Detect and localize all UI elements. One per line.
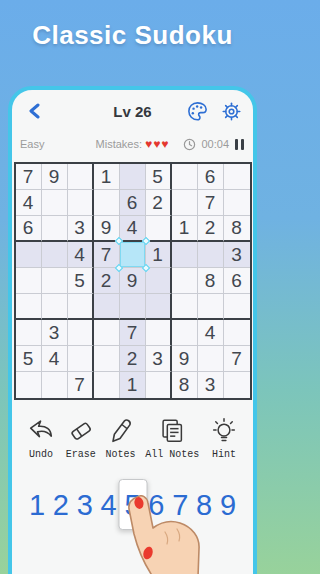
sudoku-cell-r9c7[interactable]: 8	[172, 372, 198, 398]
sudoku-cell-r3c4[interactable]: 9	[94, 216, 120, 242]
cell-digit: 6	[127, 192, 138, 214]
cell-digit: 3	[74, 217, 85, 239]
undo-label: Undo	[29, 449, 53, 460]
sudoku-cell-r5c9[interactable]: 6	[224, 268, 250, 294]
cell-digit: 9	[127, 270, 138, 292]
sudoku-cell-r6c3[interactable]	[68, 294, 94, 320]
sudoku-cell-r8c9[interactable]: 7	[224, 346, 250, 372]
numpad-digit: 8	[196, 489, 212, 522]
sudoku-cell-r1c5[interactable]	[120, 164, 146, 190]
sudoku-cell-r3c5[interactable]: 4	[120, 216, 146, 242]
sudoku-cell-r1c2[interactable]: 9	[42, 164, 68, 190]
sudoku-board: 79156462763941284713529863745423977183	[14, 162, 252, 400]
cell-digit: 6	[23, 217, 34, 239]
numpad-digit: 2	[53, 489, 69, 522]
cell-digit: 7	[231, 348, 242, 370]
sudoku-cell-r1c4[interactable]: 1	[94, 164, 120, 190]
sudoku-cell-r2c2[interactable]	[42, 190, 68, 216]
numpad-key-3[interactable]: 3	[73, 482, 97, 528]
sudoku-cell-r6c9[interactable]	[224, 294, 250, 320]
undo-button[interactable]: Undo	[26, 416, 56, 460]
numpad-digit: 9	[220, 489, 236, 522]
cell-digit: 8	[231, 217, 242, 239]
notes-button[interactable]: Notes	[105, 416, 135, 460]
cell-digit: 6	[205, 166, 216, 188]
sudoku-cell-r3c8[interactable]: 2	[198, 216, 224, 242]
sudoku-cell-r3c6[interactable]	[146, 216, 172, 242]
sudoku-cell-r4c5[interactable]	[120, 242, 146, 268]
eraser-icon	[66, 416, 96, 446]
sudoku-cell-r2c1[interactable]: 4	[16, 190, 42, 216]
sudoku-cell-r6c1[interactable]	[16, 294, 42, 320]
sudoku-cell-r3c7[interactable]: 1	[172, 216, 198, 242]
sudoku-cell-r5c5[interactable]: 9	[120, 268, 146, 294]
pause-button[interactable]	[234, 138, 245, 151]
numpad-digit: 7	[172, 489, 188, 522]
cell-digit: 4	[74, 244, 85, 266]
hint-label: Hint	[212, 449, 236, 460]
sudoku-cell-r2c7[interactable]	[172, 190, 198, 216]
sudoku-cell-r2c4[interactable]	[94, 190, 120, 216]
sudoku-cell-r4c7[interactable]	[172, 242, 198, 268]
cell-digit: 4	[23, 192, 34, 214]
sudoku-cell-r9c4[interactable]	[94, 372, 120, 398]
sudoku-cell-r2c8[interactable]: 7	[198, 190, 224, 216]
sudoku-cell-r5c7[interactable]	[172, 268, 198, 294]
cell-digit: 8	[205, 270, 216, 292]
sudoku-cell-r1c7[interactable]	[172, 164, 198, 190]
cell-digit: 3	[231, 244, 242, 266]
numpad-digit: 3	[77, 489, 93, 522]
sudoku-cell-r9c1[interactable]	[16, 372, 42, 398]
cell-digit: 2	[152, 192, 163, 214]
sudoku-cell-r1c1[interactable]: 7	[16, 164, 42, 190]
sudoku-cell-r4c3[interactable]: 4	[68, 242, 94, 268]
numpad-key-4[interactable]: 4	[97, 482, 121, 528]
sudoku-cell-r5c2[interactable]	[42, 268, 68, 294]
cell-digit: 4	[49, 348, 60, 370]
sudoku-cell-r7c8[interactable]: 4	[198, 320, 224, 346]
cell-digit: 3	[152, 348, 163, 370]
sudoku-cell-r6c5[interactable]	[120, 294, 146, 320]
cell-digit: 8	[179, 374, 190, 396]
sudoku-cell-r6c2[interactable]	[42, 294, 68, 320]
cell-digit: 9	[49, 166, 60, 188]
sudoku-cell-r4c6[interactable]: 1	[146, 242, 172, 268]
sudoku-cell-r8c4[interactable]	[94, 346, 120, 372]
sudoku-cell-r2c9[interactable]	[224, 190, 250, 216]
sudoku-cell-r7c6[interactable]	[146, 320, 172, 346]
cell-digit: 1	[101, 166, 112, 188]
numpad-digit: 6	[148, 489, 164, 522]
numpad-key-9[interactable]: 9	[216, 482, 240, 528]
cell-digit: 6	[231, 270, 242, 292]
erase-label: Erase	[66, 449, 96, 460]
sudoku-cell-r1c3[interactable]	[68, 164, 94, 190]
cell-digit: 4	[205, 322, 216, 344]
sudoku-cell-r1c6[interactable]: 5	[146, 164, 172, 190]
cell-digit: 5	[74, 270, 85, 292]
sudoku-cell-r5c1[interactable]	[16, 268, 42, 294]
sudoku-cell-r3c2[interactable]	[42, 216, 68, 242]
header-bar: Lv 26	[22, 98, 243, 124]
app-title: Classic Sudoku	[0, 20, 265, 51]
sudoku-cell-r8c1[interactable]: 5	[16, 346, 42, 372]
settings-button[interactable]	[219, 99, 243, 123]
cell-digit: 7	[23, 166, 34, 188]
sudoku-cell-r8c2[interactable]: 4	[42, 346, 68, 372]
sudoku-cell-r8c3[interactable]	[68, 346, 94, 372]
palette-icon	[186, 100, 209, 123]
sudoku-cell-r4c1[interactable]	[16, 242, 42, 268]
numpad-key-7[interactable]: 7	[168, 482, 192, 528]
sudoku-cell-r5c6[interactable]	[146, 268, 172, 294]
numpad-digit: 4	[101, 489, 117, 522]
sudoku-cell-r9c9[interactable]	[224, 372, 250, 398]
clock-icon	[183, 138, 196, 151]
sudoku-cell-r8c8[interactable]	[198, 346, 224, 372]
toolbar: Undo Erase Notes	[26, 416, 239, 460]
sudoku-cell-r1c8[interactable]: 6	[198, 164, 224, 190]
hint-button[interactable]: Hint	[209, 416, 239, 460]
numpad-key-5[interactable]: 5	[121, 482, 145, 528]
cell-digit: 9	[101, 217, 112, 239]
sudoku-cell-r9c2[interactable]	[42, 372, 68, 398]
numpad: 123456789	[25, 482, 240, 528]
cell-digit: 7	[205, 192, 216, 214]
sudoku-cell-r6c8[interactable]	[198, 294, 224, 320]
numpad-key-2[interactable]: 2	[49, 482, 73, 528]
sudoku-cell-r6c7[interactable]	[172, 294, 198, 320]
sudoku-cell-r8c6[interactable]: 3	[146, 346, 172, 372]
sudoku-cell-r9c5[interactable]: 1	[120, 372, 146, 398]
sudoku-cell-r7c9[interactable]	[224, 320, 250, 346]
numpad-digit: 1	[29, 489, 45, 522]
sudoku-cell-r7c3[interactable]	[68, 320, 94, 346]
sudoku-cell-r7c1[interactable]	[16, 320, 42, 346]
cell-digit: 7	[127, 322, 138, 344]
gear-icon	[220, 100, 243, 123]
cell-digit: 2	[101, 270, 112, 292]
undo-icon	[26, 416, 56, 446]
cell-digit: 4	[127, 217, 138, 239]
sudoku-cell-r6c4[interactable]	[94, 294, 120, 320]
sudoku-cell-r7c4[interactable]	[94, 320, 120, 346]
sudoku-cell-r4c2[interactable]	[42, 242, 68, 268]
all-notes-label: All Notes	[145, 449, 199, 460]
cell-digit: 3	[205, 374, 216, 396]
cell-digit: 5	[23, 348, 34, 370]
numpad-digit: 5	[124, 489, 140, 522]
cell-digit: 1	[152, 244, 163, 266]
cell-digit: 1	[179, 217, 190, 239]
erase-button[interactable]: Erase	[66, 416, 96, 460]
all-notes-button[interactable]: All Notes	[145, 416, 199, 460]
sudoku-cell-r4c4[interactable]: 7	[94, 242, 120, 268]
cell-digit: 1	[127, 374, 138, 396]
sudoku-cell-r9c6[interactable]	[146, 372, 172, 398]
cell-digit: 2	[127, 348, 138, 370]
pen-icon	[105, 416, 135, 446]
sudoku-cell-r8c7[interactable]: 9	[172, 346, 198, 372]
numpad-key-8[interactable]: 8	[192, 482, 216, 528]
hearts: ♥♥♥	[145, 137, 169, 151]
sudoku-cell-r7c2[interactable]: 3	[42, 320, 68, 346]
sudoku-cell-r3c1[interactable]: 6	[16, 216, 42, 242]
sudoku-cell-r2c6[interactable]: 2	[146, 190, 172, 216]
game-card: Lv 26	[8, 86, 257, 574]
sudoku-cell-r1c9[interactable]	[224, 164, 250, 190]
lightbulb-icon	[209, 416, 239, 446]
status-bar: Easy Mistakes: ♥♥♥ 00:04	[20, 136, 245, 152]
numpad-key-1[interactable]: 1	[25, 482, 49, 528]
sudoku-cell-r4c8[interactable]	[198, 242, 224, 268]
cell-digit: 2	[205, 217, 216, 239]
timer-value: 00:04	[201, 138, 229, 150]
sudoku-cell-r5c4[interactable]: 2	[94, 268, 120, 294]
sudoku-cell-r4c9[interactable]: 3	[224, 242, 250, 268]
sudoku-cell-r5c8[interactable]: 8	[198, 268, 224, 294]
cell-digit: 7	[74, 374, 85, 396]
sudoku-cell-r9c3[interactable]: 7	[68, 372, 94, 398]
sudoku-cell-r6c6[interactable]	[146, 294, 172, 320]
sudoku-cell-r7c7[interactable]	[172, 320, 198, 346]
mistakes-label: Mistakes:	[96, 138, 142, 150]
cell-digit: 9	[179, 348, 190, 370]
notes-label: Notes	[105, 449, 135, 460]
sudoku-cell-r5c3[interactable]: 5	[68, 268, 94, 294]
cell-digit: 3	[49, 322, 60, 344]
sudoku-cell-r7c5[interactable]: 7	[120, 320, 146, 346]
theme-button[interactable]	[185, 99, 209, 123]
sudoku-cell-r8c5[interactable]: 2	[120, 346, 146, 372]
sudoku-cell-r9c8[interactable]: 3	[198, 372, 224, 398]
sudoku-cell-r3c9[interactable]: 8	[224, 216, 250, 242]
cell-digit: 5	[152, 166, 163, 188]
sudoku-cell-r2c5[interactable]: 6	[120, 190, 146, 216]
sudoku-cell-r3c3[interactable]: 3	[68, 216, 94, 242]
documents-icon	[157, 416, 187, 446]
numpad-key-6[interactable]: 6	[144, 482, 168, 528]
sudoku-cell-r2c3[interactable]	[68, 190, 94, 216]
cell-digit: 7	[101, 244, 112, 266]
